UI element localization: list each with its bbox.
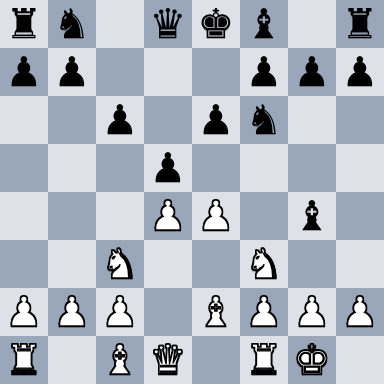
- black-pawn-piece[interactable]: ♟: [246, 48, 283, 96]
- square-e6[interactable]: ♟: [192, 96, 240, 144]
- white-pawn-piece[interactable]: ♟: [342, 288, 379, 336]
- square-e4[interactable]: ♟: [192, 192, 240, 240]
- square-g1[interactable]: ♚: [288, 336, 336, 384]
- square-c8[interactable]: [96, 0, 144, 48]
- square-g5[interactable]: [288, 144, 336, 192]
- square-h3[interactable]: [336, 240, 384, 288]
- square-d6[interactable]: [144, 96, 192, 144]
- white-pawn-piece[interactable]: ♟: [294, 288, 331, 336]
- black-pawn-piece[interactable]: ♟: [102, 96, 139, 144]
- white-knight-piece[interactable]: ♞: [246, 240, 283, 288]
- square-a5[interactable]: [0, 144, 48, 192]
- square-b7[interactable]: ♟: [48, 48, 96, 96]
- square-c1[interactable]: ♝: [96, 336, 144, 384]
- square-h4[interactable]: [336, 192, 384, 240]
- black-pawn-piece[interactable]: ♟: [198, 96, 235, 144]
- black-pawn-piece[interactable]: ♟: [294, 48, 331, 96]
- square-c5[interactable]: [96, 144, 144, 192]
- square-a3[interactable]: [0, 240, 48, 288]
- square-e1[interactable]: [192, 336, 240, 384]
- black-bishop-piece[interactable]: ♝: [294, 192, 331, 240]
- black-bishop-piece[interactable]: ♝: [246, 0, 283, 48]
- square-f2[interactable]: ♟: [240, 288, 288, 336]
- white-pawn-piece[interactable]: ♟: [102, 288, 139, 336]
- square-a1[interactable]: ♜: [0, 336, 48, 384]
- square-e5[interactable]: [192, 144, 240, 192]
- white-king-piece[interactable]: ♚: [294, 336, 331, 384]
- square-c4[interactable]: [96, 192, 144, 240]
- square-g6[interactable]: [288, 96, 336, 144]
- square-f6[interactable]: ♞: [240, 96, 288, 144]
- square-a8[interactable]: ♜: [0, 0, 48, 48]
- square-f8[interactable]: ♝: [240, 0, 288, 48]
- square-a4[interactable]: [0, 192, 48, 240]
- square-h1[interactable]: [336, 336, 384, 384]
- white-bishop-piece[interactable]: ♝: [198, 288, 235, 336]
- black-knight-piece[interactable]: ♞: [54, 0, 91, 48]
- white-pawn-piece[interactable]: ♟: [54, 288, 91, 336]
- square-c6[interactable]: ♟: [96, 96, 144, 144]
- square-h5[interactable]: [336, 144, 384, 192]
- square-d5[interactable]: ♟: [144, 144, 192, 192]
- square-f7[interactable]: ♟: [240, 48, 288, 96]
- square-a2[interactable]: ♟: [0, 288, 48, 336]
- square-f3[interactable]: ♞: [240, 240, 288, 288]
- square-d1[interactable]: ♛: [144, 336, 192, 384]
- square-b2[interactable]: ♟: [48, 288, 96, 336]
- square-b5[interactable]: [48, 144, 96, 192]
- black-king-piece[interactable]: ♚: [198, 0, 235, 48]
- square-g4[interactable]: ♝: [288, 192, 336, 240]
- white-rook-piece[interactable]: ♜: [246, 336, 283, 384]
- square-e7[interactable]: [192, 48, 240, 96]
- black-rook-piece[interactable]: ♜: [342, 0, 379, 48]
- black-pawn-piece[interactable]: ♟: [54, 48, 91, 96]
- square-d2[interactable]: [144, 288, 192, 336]
- square-e8[interactable]: ♚: [192, 0, 240, 48]
- square-f5[interactable]: [240, 144, 288, 192]
- white-pawn-piece[interactable]: ♟: [150, 192, 187, 240]
- square-c2[interactable]: ♟: [96, 288, 144, 336]
- white-rook-piece[interactable]: ♜: [6, 336, 43, 384]
- square-d3[interactable]: [144, 240, 192, 288]
- white-bishop-piece[interactable]: ♝: [102, 336, 139, 384]
- square-h8[interactable]: ♜: [336, 0, 384, 48]
- square-f1[interactable]: ♜: [240, 336, 288, 384]
- black-rook-piece[interactable]: ♜: [6, 0, 43, 48]
- black-queen-piece[interactable]: ♛: [150, 0, 187, 48]
- black-knight-piece[interactable]: ♞: [246, 96, 283, 144]
- square-h7[interactable]: ♟: [336, 48, 384, 96]
- square-h6[interactable]: [336, 96, 384, 144]
- square-g3[interactable]: [288, 240, 336, 288]
- white-queen-piece[interactable]: ♛: [150, 336, 187, 384]
- square-e2[interactable]: ♝: [192, 288, 240, 336]
- black-pawn-piece[interactable]: ♟: [150, 144, 187, 192]
- square-b1[interactable]: [48, 336, 96, 384]
- white-pawn-piece[interactable]: ♟: [198, 192, 235, 240]
- chess-board: ♜♞♛♚♝♜♟♟♟♟♟♟♟♞♟♟♟♝♞♞♟♟♟♝♟♟♟♜♝♛♜♚: [0, 0, 384, 384]
- square-a7[interactable]: ♟: [0, 48, 48, 96]
- square-g8[interactable]: [288, 0, 336, 48]
- black-pawn-piece[interactable]: ♟: [342, 48, 379, 96]
- white-pawn-piece[interactable]: ♟: [246, 288, 283, 336]
- black-pawn-piece[interactable]: ♟: [6, 48, 43, 96]
- square-g7[interactable]: ♟: [288, 48, 336, 96]
- square-d8[interactable]: ♛: [144, 0, 192, 48]
- square-b6[interactable]: [48, 96, 96, 144]
- square-d4[interactable]: ♟: [144, 192, 192, 240]
- square-b8[interactable]: ♞: [48, 0, 96, 48]
- square-b4[interactable]: [48, 192, 96, 240]
- square-g2[interactable]: ♟: [288, 288, 336, 336]
- white-knight-piece[interactable]: ♞: [102, 240, 139, 288]
- square-c3[interactable]: ♞: [96, 240, 144, 288]
- square-e3[interactable]: [192, 240, 240, 288]
- white-pawn-piece[interactable]: ♟: [6, 288, 43, 336]
- square-a6[interactable]: [0, 96, 48, 144]
- square-h2[interactable]: ♟: [336, 288, 384, 336]
- square-d7[interactable]: [144, 48, 192, 96]
- square-b3[interactable]: [48, 240, 96, 288]
- square-f4[interactable]: [240, 192, 288, 240]
- square-c7[interactable]: [96, 48, 144, 96]
